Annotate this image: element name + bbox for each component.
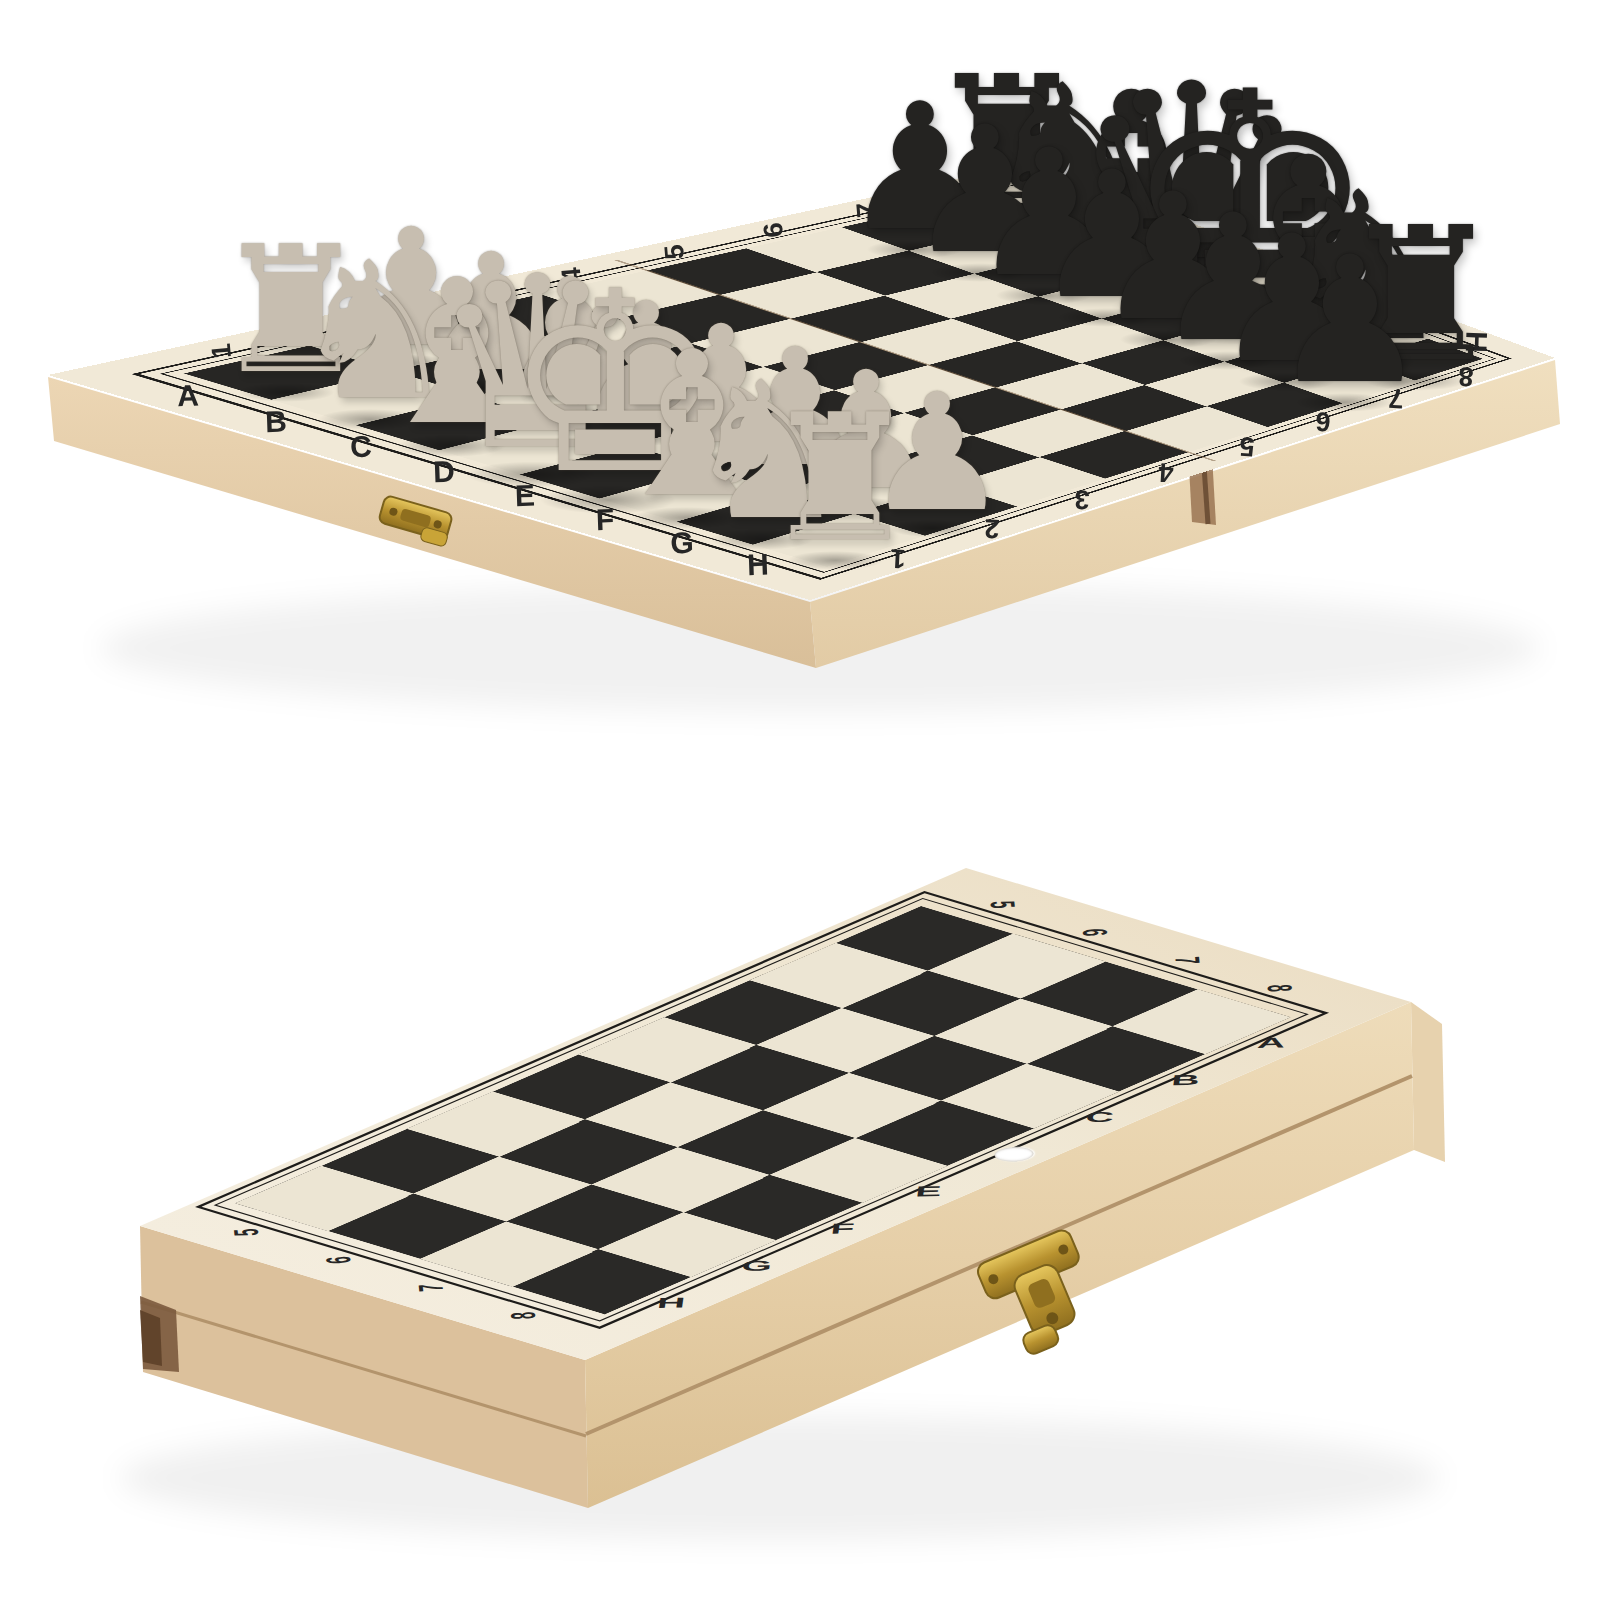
box-coordinate-label: A [1256, 1034, 1286, 1051]
box-coordinate-label: B [1170, 1072, 1200, 1089]
coordinate-label: 3 [1074, 483, 1091, 515]
box-coordinate-label: G [741, 1257, 773, 1274]
coordinate-label: 5 [1239, 430, 1256, 462]
box-coordinate-label: 6 [1075, 928, 1115, 937]
chess-piece-bP-h7: ♟ [1272, 233, 1429, 408]
box-shadow [120, 1416, 1440, 1540]
box-coordinate-label: 5 [982, 900, 1022, 909]
product-photo-scene: ABCDEFGHABCDEFGH1234567812345678 ♜♞♝♛♚♝♞… [0, 0, 1600, 1600]
box-coordinate-label: 7 [1167, 956, 1207, 965]
coordinate-label: 6 [758, 221, 790, 239]
coordinate-label: A [177, 379, 200, 414]
box-coordinate-label: H [656, 1294, 686, 1311]
box-coordinate-label: F [830, 1220, 856, 1237]
chess-piece-wR-h1: ♜ [762, 391, 919, 566]
box-coordinate-label: 7 [411, 1283, 451, 1292]
box-coordinate-label: E [914, 1183, 942, 1200]
box-end-grain-knot-dark [140, 1310, 162, 1366]
box-coordinate-label: 5 [227, 1228, 267, 1237]
box-right-end-face [1411, 1002, 1445, 1162]
box-coordinate-label: 6 [319, 1256, 359, 1265]
coordinate-label: 4 [1158, 456, 1175, 488]
box-coordinate-label: 8 [504, 1311, 544, 1320]
box-coordinate-label: 8 [1260, 984, 1300, 993]
box-coordinate-label: C [1085, 1109, 1115, 1126]
